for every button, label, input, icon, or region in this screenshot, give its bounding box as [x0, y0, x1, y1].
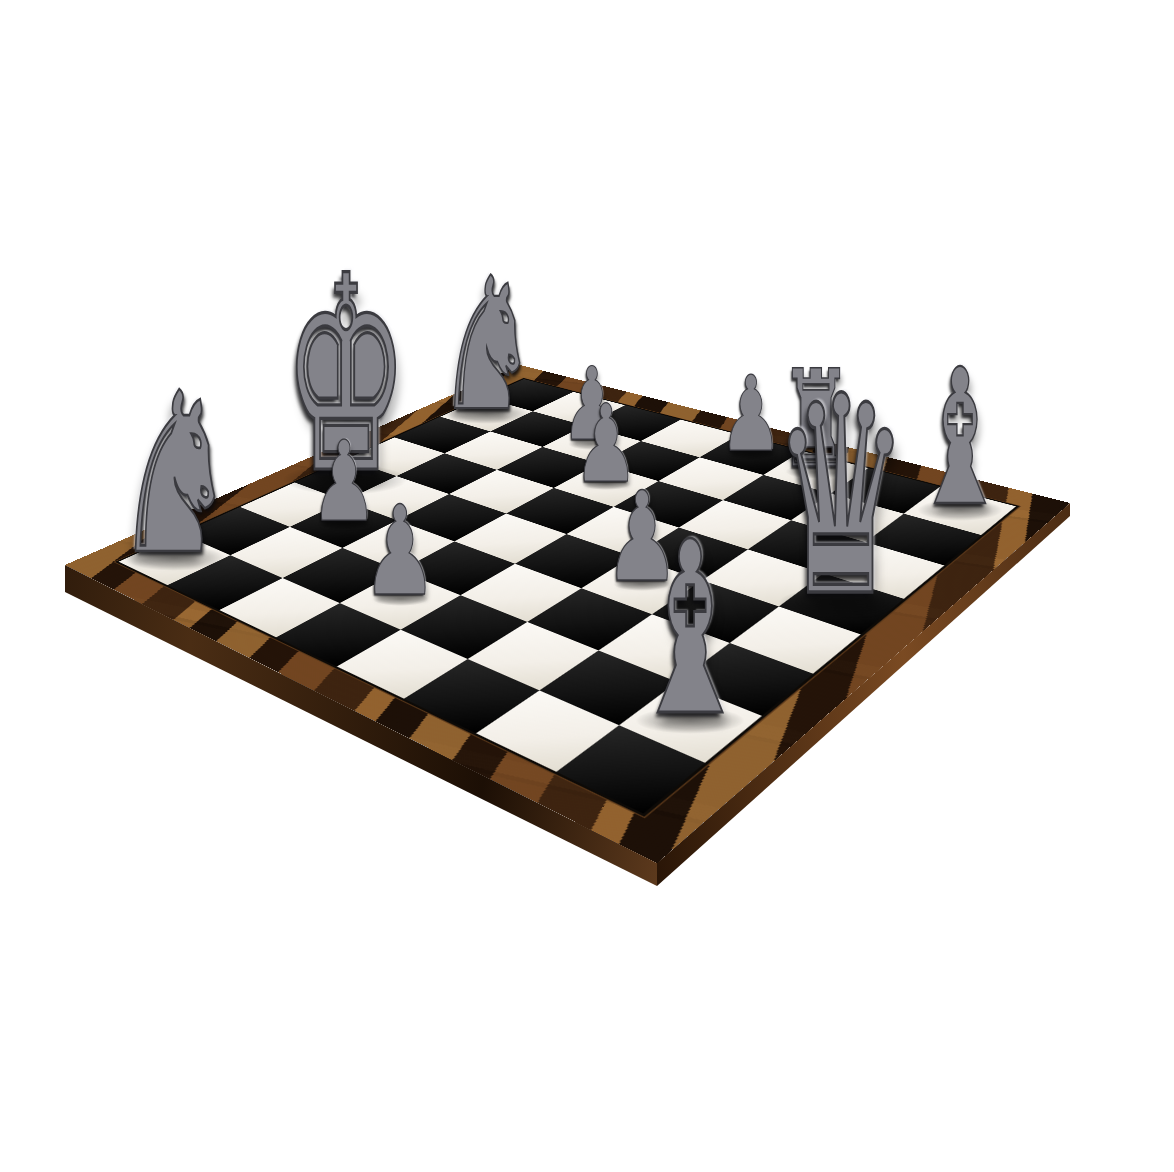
product-photo-scene: ♞♟♚♞♟♟♟♟♜♟♝♛♝	[0, 0, 1174, 1172]
board-field	[119, 379, 1016, 814]
chess-board	[65, 365, 1070, 863]
